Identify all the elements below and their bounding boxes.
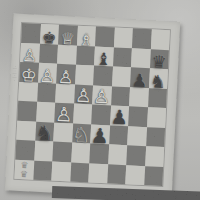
- piece-white-queen-c8[interactable]: ♕: [60, 30, 75, 47]
- square-b8[interactable]: ♚: [40, 24, 59, 44]
- square-a2[interactable]: [15, 140, 34, 160]
- piece-white-pawn-c6[interactable]: ♙: [57, 67, 74, 86]
- photo-background: ·|·|·|· ♚♕♗♙♝♛♔♙♙♟♞♙♙♙♟♞♘♟♛♛: [0, 0, 200, 200]
- square-a8[interactable]: [21, 23, 40, 43]
- square-f4[interactable]: ♟: [110, 105, 129, 125]
- square-d8[interactable]: ♗: [77, 26, 96, 46]
- square-g8[interactable]: [132, 28, 151, 48]
- piece-black-queen-h7[interactable]: ♛: [151, 53, 167, 71]
- square-c4[interactable]: ♙: [54, 103, 73, 123]
- square-f7[interactable]: [113, 47, 132, 67]
- square-g2[interactable]: [126, 145, 145, 165]
- piece-black-bishop-e7[interactable]: ♝: [96, 51, 112, 69]
- piece-white-king-a6[interactable]: ♔: [20, 66, 37, 85]
- square-c1[interactable]: [51, 161, 70, 181]
- square-e3[interactable]: ♟: [90, 124, 109, 144]
- square-h4[interactable]: [147, 107, 166, 127]
- piece-white-pawn-a7[interactable]: ♙: [22, 47, 38, 65]
- square-d5[interactable]: ♙: [74, 84, 93, 104]
- square-d6[interactable]: [75, 65, 94, 85]
- square-b6[interactable]: ♙: [38, 63, 57, 83]
- square-h7[interactable]: ♛: [149, 49, 168, 69]
- square-f1[interactable]: [107, 164, 126, 184]
- square-g4[interactable]: [128, 106, 147, 126]
- square-b4[interactable]: [36, 102, 55, 122]
- table-edge-shadow: [52, 186, 200, 200]
- piece-white-bishop-d8[interactable]: ♗: [79, 31, 94, 48]
- square-b3[interactable]: ♞: [35, 121, 54, 141]
- square-h8[interactable]: [150, 29, 169, 49]
- square-a3[interactable]: [16, 120, 35, 140]
- square-f2[interactable]: [108, 144, 127, 164]
- square-c2[interactable]: [52, 142, 71, 162]
- square-g7[interactable]: [131, 48, 150, 68]
- piece-black-knight-h6[interactable]: ♞: [150, 72, 167, 91]
- square-e8[interactable]: [95, 27, 114, 47]
- square-a1[interactable]: ♛♛: [14, 159, 33, 179]
- square-b1[interactable]: [33, 160, 52, 180]
- square-e5[interactable]: ♙: [92, 85, 111, 105]
- square-h6[interactable]: ♞: [149, 68, 168, 88]
- piece-black-king-b8[interactable]: ♚: [42, 29, 57, 46]
- square-f6[interactable]: [112, 66, 131, 86]
- square-h1[interactable]: [144, 166, 163, 186]
- chessboard[interactable]: ♚♕♗♙♝♛♔♙♙♟♞♙♙♙♟♞♘♟♛♛: [14, 23, 169, 186]
- square-g6[interactable]: ♟: [130, 67, 149, 87]
- square-f8[interactable]: [113, 27, 132, 47]
- square-g1[interactable]: [125, 165, 144, 185]
- square-e1[interactable]: [88, 163, 107, 183]
- corner-stamp-icon: ♛: [20, 170, 29, 179]
- piece-black-pawn-g6[interactable]: ♟: [131, 71, 148, 90]
- square-g3[interactable]: [127, 126, 146, 146]
- square-h3[interactable]: [146, 127, 165, 147]
- piece-black-pawn-f4[interactable]: ♟: [110, 107, 129, 127]
- square-a6[interactable]: ♔: [19, 62, 38, 82]
- square-f5[interactable]: [111, 86, 130, 106]
- piece-black-pawn-e3[interactable]: ♟: [90, 125, 109, 146]
- square-a7[interactable]: ♙: [20, 42, 39, 62]
- square-e7[interactable]: ♝: [94, 46, 113, 66]
- square-d3[interactable]: ♘: [72, 123, 91, 143]
- piece-white-pawn-c4[interactable]: ♙: [55, 105, 74, 125]
- square-c6[interactable]: ♙: [56, 64, 75, 84]
- chessboard-sheet: ·|·|·|· ♚♕♗♙♝♛♔♙♙♟♞♙♙♙♟♞♘♟♛♛: [5, 14, 180, 199]
- square-c8[interactable]: ♕: [58, 25, 77, 45]
- border-marking: ·|·|·|·: [10, 66, 18, 102]
- piece-white-pawn-e5[interactable]: ♙: [93, 88, 111, 107]
- square-d1[interactable]: [70, 162, 89, 182]
- piece-black-knight-b3[interactable]: ♞: [35, 122, 54, 143]
- piece-white-pawn-d5[interactable]: ♙: [74, 87, 92, 106]
- square-h2[interactable]: [145, 146, 164, 166]
- square-a4[interactable]: [17, 101, 36, 121]
- piece-white-pawn-b6[interactable]: ♙: [39, 67, 56, 86]
- piece-white-knight-d3[interactable]: ♘: [72, 124, 91, 145]
